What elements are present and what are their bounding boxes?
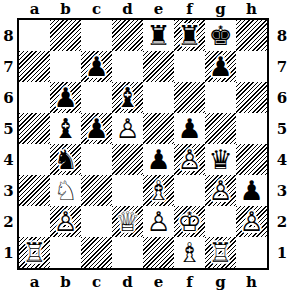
rank-label-right-3: 3 bbox=[269, 175, 295, 206]
piece-white-pawn: ♙ bbox=[239, 206, 263, 237]
piece-white-bishop: ♗ bbox=[177, 237, 201, 268]
piece-black-pawn: ♟ bbox=[208, 51, 232, 82]
square-h4[interactable] bbox=[236, 144, 267, 175]
square-h3[interactable]: ♟ bbox=[236, 175, 267, 206]
file-label-top-b: b bbox=[50, 0, 81, 18]
square-a2[interactable] bbox=[19, 206, 50, 237]
square-g2[interactable] bbox=[205, 206, 236, 237]
square-g1[interactable]: ♖ bbox=[205, 237, 236, 268]
square-d8[interactable] bbox=[112, 20, 143, 51]
piece-white-knight: ♘ bbox=[53, 175, 77, 206]
square-f6[interactable] bbox=[174, 82, 205, 113]
file-label-bottom-a: a bbox=[19, 270, 50, 294]
piece-black-pawn: ♟ bbox=[84, 113, 108, 144]
rank-label-right-6: 6 bbox=[269, 82, 295, 113]
square-g4[interactable]: ♛ bbox=[205, 144, 236, 175]
square-d3[interactable] bbox=[112, 175, 143, 206]
rank-label-left-1: 1 bbox=[0, 237, 17, 268]
square-d7[interactable] bbox=[112, 51, 143, 82]
square-g3[interactable]: ♙ bbox=[205, 175, 236, 206]
square-h1[interactable] bbox=[236, 237, 267, 268]
file-label-bottom-d: d bbox=[112, 270, 143, 294]
file-labels-top: abcdefgh bbox=[19, 0, 267, 18]
piece-black-bishop: ♝ bbox=[53, 113, 77, 144]
piece-black-pawn: ♟ bbox=[239, 175, 263, 206]
rank-label-left-3: 3 bbox=[0, 175, 17, 206]
square-d4[interactable] bbox=[112, 144, 143, 175]
square-a1[interactable]: ♖ bbox=[19, 237, 50, 268]
rank-label-right-8: 8 bbox=[269, 20, 295, 51]
file-label-top-c: c bbox=[81, 0, 112, 18]
rank-label-right-4: 4 bbox=[269, 144, 295, 175]
square-b3[interactable]: ♘ bbox=[50, 175, 81, 206]
rank-label-left-4: 4 bbox=[0, 144, 17, 175]
square-e5[interactable] bbox=[143, 113, 174, 144]
square-d6[interactable]: ♝ bbox=[112, 82, 143, 113]
file-label-top-e: e bbox=[143, 0, 174, 18]
rank-labels-left: 87654321 bbox=[0, 20, 17, 268]
square-h7[interactable] bbox=[236, 51, 267, 82]
square-a4[interactable] bbox=[19, 144, 50, 175]
square-f1[interactable]: ♗ bbox=[174, 237, 205, 268]
square-a8[interactable] bbox=[19, 20, 50, 51]
square-b1[interactable] bbox=[50, 237, 81, 268]
piece-white-pawn: ♙ bbox=[208, 175, 232, 206]
piece-black-pawn: ♟ bbox=[53, 82, 77, 113]
piece-black-pawn: ♟ bbox=[84, 51, 108, 82]
square-g6[interactable] bbox=[205, 82, 236, 113]
square-d1[interactable] bbox=[112, 237, 143, 268]
square-f5[interactable]: ♟ bbox=[174, 113, 205, 144]
piece-white-rook: ♖ bbox=[22, 237, 46, 268]
piece-white-bishop: ♗ bbox=[146, 175, 170, 206]
piece-white-queen: ♕ bbox=[115, 206, 139, 237]
rank-labels-right: 87654321 bbox=[269, 20, 295, 268]
square-e2[interactable]: ♙ bbox=[143, 206, 174, 237]
square-h5[interactable] bbox=[236, 113, 267, 144]
piece-black-king: ♚ bbox=[208, 20, 232, 51]
square-g8[interactable]: ♚ bbox=[205, 20, 236, 51]
square-e7[interactable] bbox=[143, 51, 174, 82]
file-label-bottom-h: h bbox=[236, 270, 267, 294]
square-f4[interactable]: ♙ bbox=[174, 144, 205, 175]
square-b4[interactable]: ♞ bbox=[50, 144, 81, 175]
square-c5[interactable]: ♟ bbox=[81, 113, 112, 144]
square-h8[interactable] bbox=[236, 20, 267, 51]
square-a6[interactable] bbox=[19, 82, 50, 113]
square-f3[interactable] bbox=[174, 175, 205, 206]
rank-label-left-8: 8 bbox=[0, 20, 17, 51]
square-f8[interactable]: ♜ bbox=[174, 20, 205, 51]
square-a3[interactable] bbox=[19, 175, 50, 206]
square-d5[interactable]: ♙ bbox=[112, 113, 143, 144]
piece-black-rook: ♜ bbox=[177, 20, 201, 51]
square-h6[interactable] bbox=[236, 82, 267, 113]
file-label-bottom-f: f bbox=[174, 270, 205, 294]
piece-white-pawn: ♙ bbox=[146, 206, 170, 237]
piece-black-bishop: ♝ bbox=[115, 82, 139, 113]
piece-black-pawn: ♟ bbox=[177, 113, 201, 144]
piece-white-pawn: ♙ bbox=[177, 144, 201, 175]
square-a5[interactable] bbox=[19, 113, 50, 144]
rank-label-left-6: 6 bbox=[0, 82, 17, 113]
piece-black-pawn: ♟ bbox=[146, 144, 170, 175]
rank-label-right-5: 5 bbox=[269, 113, 295, 144]
piece-white-rook: ♖ bbox=[208, 237, 232, 268]
square-f2[interactable]: ♔ bbox=[174, 206, 205, 237]
file-label-top-f: f bbox=[174, 0, 205, 18]
square-e4[interactable]: ♟ bbox=[143, 144, 174, 175]
rank-label-right-7: 7 bbox=[269, 51, 295, 82]
square-c8[interactable] bbox=[81, 20, 112, 51]
file-label-top-g: g bbox=[205, 0, 236, 18]
square-c7[interactable]: ♟ bbox=[81, 51, 112, 82]
file-labels-bottom: abcdefgh bbox=[19, 270, 267, 294]
file-label-bottom-g: g bbox=[205, 270, 236, 294]
square-g7[interactable]: ♟ bbox=[205, 51, 236, 82]
rank-label-left-5: 5 bbox=[0, 113, 17, 144]
square-e6[interactable] bbox=[143, 82, 174, 113]
square-b7[interactable] bbox=[50, 51, 81, 82]
chessboard: ♜♜♚♟♟♟♝♝♟♙♟♞♟♙♛♘♗♙♟♙♕♙♔♙♖♗♖ bbox=[17, 18, 269, 270]
piece-white-king: ♔ bbox=[177, 206, 201, 237]
piece-white-pawn: ♙ bbox=[115, 113, 139, 144]
square-c4[interactable] bbox=[81, 144, 112, 175]
rank-label-right-2: 2 bbox=[269, 206, 295, 237]
piece-black-rook: ♜ bbox=[146, 20, 170, 51]
file-label-top-d: d bbox=[112, 0, 143, 18]
square-d2[interactable]: ♕ bbox=[112, 206, 143, 237]
square-h2[interactable]: ♙ bbox=[236, 206, 267, 237]
file-label-top-a: a bbox=[19, 0, 50, 18]
square-a7[interactable] bbox=[19, 51, 50, 82]
square-e8[interactable]: ♜ bbox=[143, 20, 174, 51]
square-f7[interactable] bbox=[174, 51, 205, 82]
square-b2[interactable]: ♙ bbox=[50, 206, 81, 237]
file-label-top-h: h bbox=[236, 0, 267, 18]
square-c6[interactable] bbox=[81, 82, 112, 113]
chess-diagram: abcdefgh 87654321 ♜♜♚♟♟♟♝♝♟♙♟♞♟♙♛♘♗♙♟♙♕♙… bbox=[0, 0, 295, 295]
square-e1[interactable] bbox=[143, 237, 174, 268]
square-b8[interactable] bbox=[50, 20, 81, 51]
rank-label-right-1: 1 bbox=[269, 237, 295, 268]
piece-white-pawn: ♙ bbox=[53, 206, 77, 237]
rank-label-left-7: 7 bbox=[0, 51, 17, 82]
file-label-bottom-e: e bbox=[143, 270, 174, 294]
rank-label-left-2: 2 bbox=[0, 206, 17, 237]
file-label-bottom-c: c bbox=[81, 270, 112, 294]
square-c1[interactable] bbox=[81, 237, 112, 268]
file-label-bottom-b: b bbox=[50, 270, 81, 294]
square-c2[interactable] bbox=[81, 206, 112, 237]
piece-black-knight: ♞ bbox=[53, 144, 77, 175]
square-b6[interactable]: ♟ bbox=[50, 82, 81, 113]
square-e3[interactable]: ♗ bbox=[143, 175, 174, 206]
piece-black-queen: ♛ bbox=[208, 144, 232, 175]
square-c3[interactable] bbox=[81, 175, 112, 206]
square-b5[interactable]: ♝ bbox=[50, 113, 81, 144]
square-g5[interactable] bbox=[205, 113, 236, 144]
